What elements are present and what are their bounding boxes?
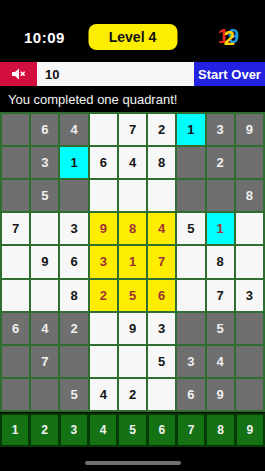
grid-cell-r1c7[interactable]: 1	[177, 114, 204, 145]
grid-cell-r6c9[interactable]: 3	[236, 280, 263, 311]
grid-cell-r7c1[interactable]: 6	[2, 313, 29, 344]
grid-cell-r2c3[interactable]: 1	[60, 147, 87, 178]
grid-cell-r7c3[interactable]: 2	[60, 313, 87, 344]
grid-cell-r9c7[interactable]: 6	[177, 379, 204, 410]
grid-cell-r8c5[interactable]	[119, 346, 146, 377]
message-bar: You completed one quadrant!	[0, 86, 265, 112]
grid-cell-r4c5[interactable]: 8	[119, 213, 146, 244]
grid-cell-r5c1[interactable]	[2, 246, 29, 277]
grid-cell-r8c1[interactable]	[2, 346, 29, 377]
grid-cell-r6c8[interactable]: 7	[207, 280, 234, 311]
speaker-muted-icon	[11, 67, 27, 81]
grid-cell-r5c2[interactable]: 9	[31, 246, 58, 277]
grid-cell-r5c6[interactable]: 7	[148, 246, 175, 277]
grid-cell-r1c2[interactable]: 6	[31, 114, 58, 145]
grid-cell-r8c9[interactable]	[236, 346, 263, 377]
number-pad-9[interactable]: 9	[237, 415, 263, 445]
grid-cell-r2c2[interactable]: 3	[31, 147, 58, 178]
grid-cell-r4c3[interactable]: 3	[60, 213, 87, 244]
grid-cell-r3c7[interactable]	[177, 180, 204, 211]
number-pad-2[interactable]: 2	[31, 415, 57, 445]
grid-cell-r2c7[interactable]	[177, 147, 204, 178]
grid-cell-r8c7[interactable]: 3	[177, 346, 204, 377]
grid-cell-r9c2[interactable]	[31, 379, 58, 410]
grid-cell-r9c8[interactable]: 9	[207, 379, 234, 410]
score-value: 10	[45, 67, 59, 82]
grid-cell-r5c3[interactable]: 6	[60, 246, 87, 277]
level-button[interactable]: Level 4	[88, 24, 177, 50]
grid-cell-r8c3[interactable]	[60, 346, 87, 377]
grid-cell-r3c1[interactable]	[2, 180, 29, 211]
grid-cell-r4c6[interactable]: 4	[148, 213, 175, 244]
grid-cell-r2c4[interactable]: 6	[90, 147, 117, 178]
grid-cell-r6c6[interactable]: 6	[148, 280, 175, 311]
grid-cell-r7c5[interactable]: 9	[119, 313, 146, 344]
grid-cell-r7c8[interactable]: 5	[207, 313, 234, 344]
grid-cell-r6c4[interactable]: 2	[90, 280, 117, 311]
grid-cell-r3c9[interactable]: 8	[236, 180, 263, 211]
grid-cell-r4c8[interactable]: 1	[207, 213, 234, 244]
grid-cell-r6c5[interactable]: 5	[119, 280, 146, 311]
logo-digit-2: 2	[224, 28, 235, 48]
grid-cell-r3c2[interactable]: 5	[31, 180, 58, 211]
grid-cell-r8c8[interactable]: 4	[207, 346, 234, 377]
home-indicator[interactable]	[85, 461, 181, 465]
score-field: 10	[37, 62, 194, 86]
grid-cell-r7c4[interactable]	[90, 313, 117, 344]
grid-cell-r2c6[interactable]: 8	[148, 147, 175, 178]
grid-cell-r3c8[interactable]	[207, 180, 234, 211]
grid-cell-r2c5[interactable]: 4	[119, 147, 146, 178]
grid-cell-r8c4[interactable]	[90, 346, 117, 377]
status-message: You completed one quadrant!	[8, 92, 177, 107]
grid-cell-r5c9[interactable]	[236, 246, 263, 277]
grid-cell-r4c9[interactable]	[236, 213, 263, 244]
bottom-bar	[0, 447, 265, 471]
grid-cell-r6c2[interactable]	[31, 280, 58, 311]
grid-cell-r9c3[interactable]: 5	[60, 379, 87, 410]
number-pad-3[interactable]: 3	[61, 415, 87, 445]
grid-cell-r5c8[interactable]: 8	[207, 246, 234, 277]
grid-cell-r2c9[interactable]	[236, 147, 263, 178]
number-pad-7[interactable]: 7	[178, 415, 204, 445]
grid-cell-r6c1[interactable]	[2, 280, 29, 311]
grid-cell-r4c4[interactable]: 9	[90, 213, 117, 244]
toolbar: 10 Start Over	[0, 62, 265, 86]
grid-cell-r6c3[interactable]: 8	[60, 280, 87, 311]
number-pad-4[interactable]: 4	[90, 415, 116, 445]
grid-cell-r1c8[interactable]: 3	[207, 114, 234, 145]
grid-cell-r9c6[interactable]	[148, 379, 175, 410]
grid-cell-r1c1[interactable]	[2, 114, 29, 145]
grid-cell-r9c9[interactable]	[236, 379, 263, 410]
grid-cell-r5c7[interactable]	[177, 246, 204, 277]
grid-cell-r1c3[interactable]: 4	[60, 114, 87, 145]
grid-cell-r2c8[interactable]: 2	[207, 147, 234, 178]
grid-cell-r3c3[interactable]	[60, 180, 87, 211]
grid-cell-r4c1[interactable]: 7	[2, 213, 29, 244]
number-pad-6[interactable]: 6	[149, 415, 175, 445]
grid-cell-r1c5[interactable]: 7	[119, 114, 146, 145]
grid-cell-r2c1[interactable]	[2, 147, 29, 178]
grid-cell-r7c2[interactable]: 4	[31, 313, 58, 344]
grid-cell-r1c9[interactable]: 9	[236, 114, 263, 145]
grid-cell-r4c2[interactable]	[31, 213, 58, 244]
grid-cell-r5c5[interactable]: 1	[119, 246, 146, 277]
app-logo: 129	[218, 26, 239, 46]
grid-cell-r8c2[interactable]: 7	[31, 346, 58, 377]
grid-cell-r4c7[interactable]: 5	[177, 213, 204, 244]
grid-cell-r7c6[interactable]: 3	[148, 313, 175, 344]
grid-cell-r1c4[interactable]	[90, 114, 117, 145]
grid-cell-r6c7[interactable]	[177, 280, 204, 311]
status-time: 10:09	[24, 29, 65, 46]
number-pad-1[interactable]: 1	[2, 415, 28, 445]
grid-cell-r9c5[interactable]: 2	[119, 379, 146, 410]
sudoku-board: 6472139316482587398451963178825673642935…	[0, 112, 265, 412]
grid-cell-r3c6[interactable]	[148, 180, 175, 211]
grid-cell-r3c4[interactable]	[90, 180, 117, 211]
number-pad-8[interactable]: 8	[207, 415, 233, 445]
grid-cell-r9c4[interactable]: 4	[90, 379, 117, 410]
mute-button[interactable]	[0, 62, 37, 86]
grid-cell-r9c1[interactable]	[2, 379, 29, 410]
start-over-button[interactable]: Start Over	[194, 62, 265, 86]
number-pad-5[interactable]: 5	[119, 415, 145, 445]
grid-cell-r1c6[interactable]: 2	[148, 114, 175, 145]
grid-cell-r8c6[interactable]: 5	[148, 346, 175, 377]
number-pad: 123456789	[0, 413, 265, 447]
grid-cell-r5c4[interactable]: 3	[90, 246, 117, 277]
grid-cell-r7c9[interactable]	[236, 313, 263, 344]
grid-cell-r3c5[interactable]	[119, 180, 146, 211]
app-header: 10:09 Level 4 129	[0, 0, 265, 62]
grid-cell-r7c7[interactable]	[177, 313, 204, 344]
